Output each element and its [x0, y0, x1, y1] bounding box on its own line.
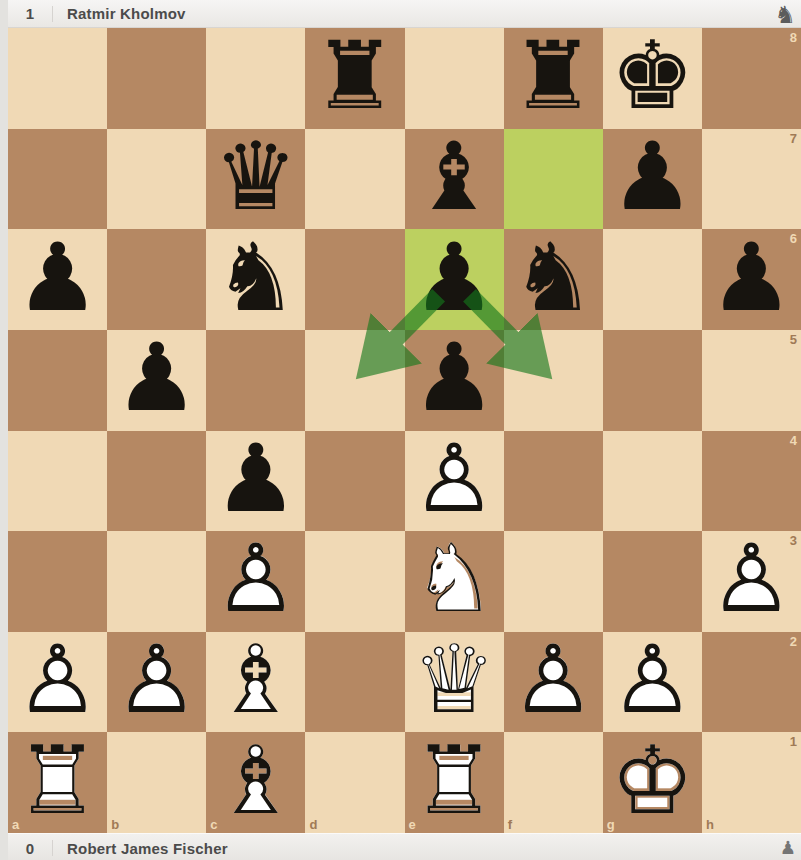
square-h8[interactable]: 8: [702, 28, 801, 129]
square-h7[interactable]: 7: [702, 129, 801, 230]
square-d4[interactable]: [305, 431, 404, 532]
top-player-name[interactable]: Ratmir Kholmov: [53, 5, 186, 22]
square-f4[interactable]: [504, 431, 603, 532]
square-b3[interactable]: [107, 531, 206, 632]
file-label-b: b: [111, 818, 119, 831]
white-bishop: ♝♗: [206, 632, 305, 733]
square-d3[interactable]: [305, 531, 404, 632]
square-h5[interactable]: 5: [702, 330, 801, 431]
square-g1[interactable]: ♚♔g: [603, 732, 702, 833]
square-c8[interactable]: [206, 28, 305, 129]
square-b6[interactable]: [107, 229, 206, 330]
square-h2[interactable]: 2: [702, 632, 801, 733]
square-c2[interactable]: ♝♗: [206, 632, 305, 733]
rank-label-3: 3: [790, 534, 797, 547]
square-c1[interactable]: ♝♗c: [206, 732, 305, 833]
white-pawn: ♟♙: [206, 531, 305, 632]
file-label-a: a: [12, 818, 19, 831]
bottom-player-name[interactable]: Robert James Fischer: [53, 840, 228, 857]
square-b1[interactable]: b: [107, 732, 206, 833]
square-h6[interactable]: ♟6: [702, 229, 801, 330]
square-h4[interactable]: 4: [702, 431, 801, 532]
file-label-d: d: [309, 818, 317, 831]
white-pawn: ♟♙: [702, 531, 801, 632]
square-g7[interactable]: ♟: [603, 129, 702, 230]
black-rook: ♜: [504, 28, 603, 129]
rank-label-2: 2: [790, 635, 797, 648]
white-pawn: ♟♙: [603, 632, 702, 733]
square-g4[interactable]: [603, 431, 702, 532]
square-a6[interactable]: ♟: [8, 229, 107, 330]
square-g2[interactable]: ♟♙: [603, 632, 702, 733]
square-a4[interactable]: [8, 431, 107, 532]
square-c6[interactable]: ♞: [206, 229, 305, 330]
white-king: ♚♔: [603, 732, 702, 833]
square-b4[interactable]: [107, 431, 206, 532]
black-pawn: ♟: [405, 330, 504, 431]
rank-label-4: 4: [790, 434, 797, 447]
square-b5[interactable]: ♟: [107, 330, 206, 431]
square-e6[interactable]: ♟: [405, 229, 504, 330]
square-f1[interactable]: f: [504, 732, 603, 833]
square-g6[interactable]: [603, 229, 702, 330]
black-king: ♚: [603, 28, 702, 129]
rank-label-1: 1: [790, 735, 797, 748]
square-a5[interactable]: [8, 330, 107, 431]
white-queen: ♛♕: [405, 632, 504, 733]
square-e2[interactable]: ♛♕: [405, 632, 504, 733]
lichess-board-widget: 1 Ratmir Kholmov ♞ ♜♜♚8♛♝♟7♟♞♟♞♟6♟♟5♟♟♙4…: [0, 0, 801, 860]
square-e1[interactable]: ♜♖e: [405, 732, 504, 833]
white-knight: ♞♘: [405, 531, 504, 632]
square-c5[interactable]: [206, 330, 305, 431]
square-f7[interactable]: [504, 129, 603, 230]
square-g5[interactable]: [603, 330, 702, 431]
black-pawn: ♟: [405, 229, 504, 330]
square-c4[interactable]: ♟: [206, 431, 305, 532]
square-h3[interactable]: ♟♙3: [702, 531, 801, 632]
rank-label-5: 5: [790, 333, 797, 346]
square-f8[interactable]: ♜: [504, 28, 603, 129]
black-pawn: ♟: [8, 229, 107, 330]
white-rook: ♜♖: [405, 732, 504, 833]
square-c3[interactable]: ♟♙: [206, 531, 305, 632]
square-d1[interactable]: d: [305, 732, 404, 833]
bottom-player-bar: 0 Robert James Fischer ♟: [8, 833, 801, 860]
square-e4[interactable]: ♟♙: [405, 431, 504, 532]
square-d8[interactable]: ♜: [305, 28, 404, 129]
file-label-e: e: [409, 818, 416, 831]
square-g3[interactable]: [603, 531, 702, 632]
black-pawn: ♟: [603, 129, 702, 230]
square-a2[interactable]: ♟♙: [8, 632, 107, 733]
square-a8[interactable]: [8, 28, 107, 129]
file-label-c: c: [210, 818, 217, 831]
square-b7[interactable]: [107, 129, 206, 230]
pawn-icon: ♟: [780, 839, 796, 857]
top-player-bar: 1 Ratmir Kholmov ♞: [8, 0, 801, 28]
black-knight: ♞: [206, 229, 305, 330]
file-label-h: h: [706, 818, 714, 831]
white-rook: ♜♖: [8, 732, 107, 833]
white-pawn: ♟♙: [405, 431, 504, 532]
square-f6[interactable]: ♞: [504, 229, 603, 330]
square-e8[interactable]: [405, 28, 504, 129]
white-bishop: ♝♗: [206, 732, 305, 833]
square-b2[interactable]: ♟♙: [107, 632, 206, 733]
black-pawn: ♟: [702, 229, 801, 330]
square-h1[interactable]: 1h: [702, 732, 801, 833]
black-queen: ♛: [206, 129, 305, 230]
square-a3[interactable]: [8, 531, 107, 632]
rank-label-7: 7: [790, 132, 797, 145]
black-knight: ♞: [504, 229, 603, 330]
square-f5[interactable]: [504, 330, 603, 431]
board-left-gutter: [0, 0, 8, 860]
square-d2[interactable]: [305, 632, 404, 733]
bottom-player-score: 0: [8, 840, 52, 857]
square-c7[interactable]: ♛: [206, 129, 305, 230]
square-f3[interactable]: [504, 531, 603, 632]
file-label-f: f: [508, 818, 512, 831]
square-e7[interactable]: ♝: [405, 129, 504, 230]
square-b8[interactable]: [107, 28, 206, 129]
white-pawn: ♟♙: [8, 632, 107, 733]
top-player-score: 1: [8, 5, 52, 22]
square-d6[interactable]: [305, 229, 404, 330]
square-d7[interactable]: [305, 129, 404, 230]
black-pawn: ♟: [206, 431, 305, 532]
black-bishop: ♝: [405, 129, 504, 230]
square-e5[interactable]: ♟: [405, 330, 504, 431]
square-g8[interactable]: ♚: [603, 28, 702, 129]
black-rook: ♜: [305, 28, 404, 129]
rank-label-8: 8: [790, 31, 797, 44]
square-e3[interactable]: ♞♘: [405, 531, 504, 632]
board-column: 1 Ratmir Kholmov ♞ ♜♜♚8♛♝♟7♟♞♟♞♟6♟♟5♟♟♙4…: [8, 0, 801, 860]
knight-icon: ♞: [774, 3, 796, 27]
file-label-g: g: [607, 818, 615, 831]
square-a7[interactable]: [8, 129, 107, 230]
rank-label-6: 6: [790, 232, 797, 245]
black-pawn: ♟: [107, 330, 206, 431]
square-f2[interactable]: ♟♙: [504, 632, 603, 733]
white-pawn: ♟♙: [107, 632, 206, 733]
square-d5[interactable]: [305, 330, 404, 431]
square-a1[interactable]: ♜♖a: [8, 732, 107, 833]
white-pawn: ♟♙: [504, 632, 603, 733]
chess-board: ♜♜♚8♛♝♟7♟♞♟♞♟6♟♟5♟♟♙4♟♙♞♘♟♙3♟♙♟♙♝♗♛♕♟♙♟♙…: [8, 28, 801, 833]
